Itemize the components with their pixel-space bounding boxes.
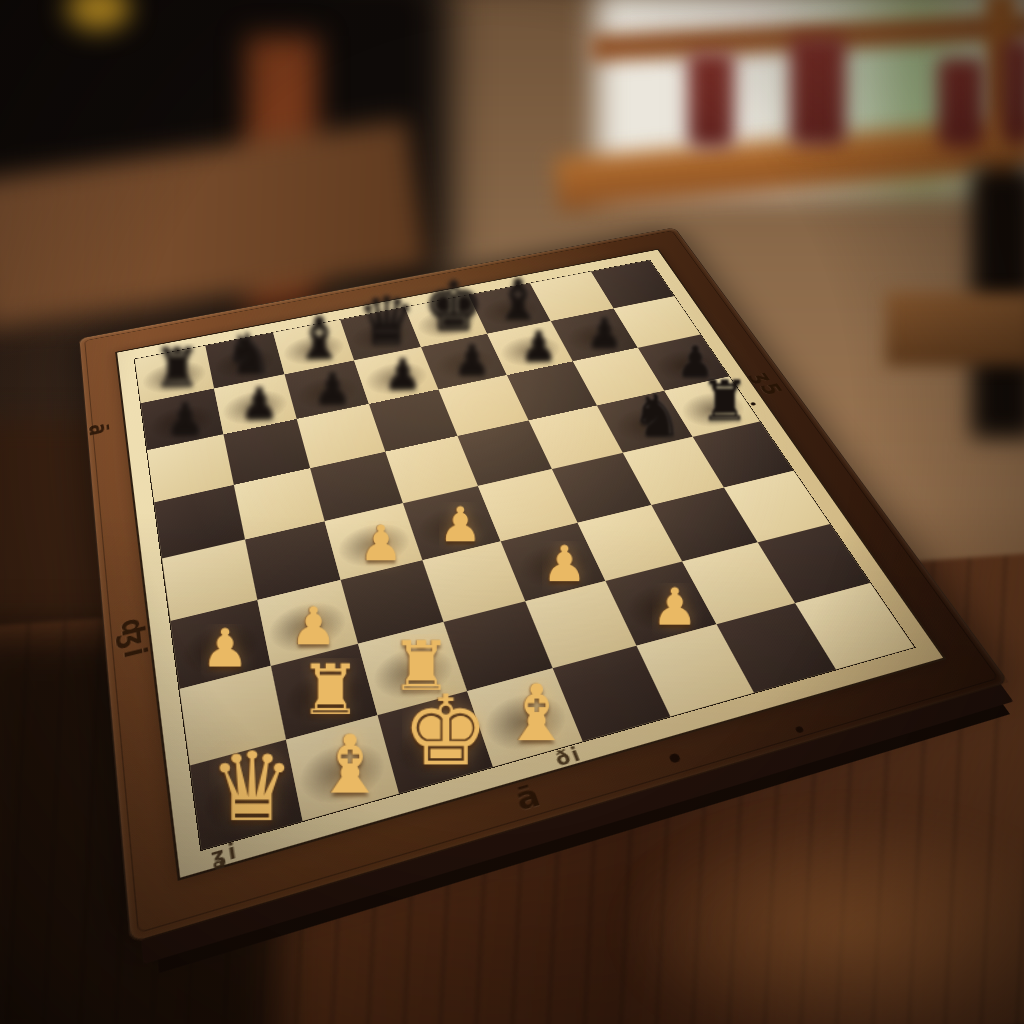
scene: ā ʤi ā ʒ5 ʓi ði ♜♞♝♛♚♝♟♟♟♟♟♟♟♟♞♜♟♟♟♟♟♜♜♟… <box>0 0 1024 1024</box>
piece-white-pawn[interactable]: ♟ <box>290 602 337 652</box>
frame-screw-dot <box>668 753 681 764</box>
piece-white-king[interactable]: ♚ <box>402 685 489 777</box>
piece-white-pawn[interactable]: ♟ <box>652 583 698 632</box>
coordinate-glyph: ʒ5 <box>746 370 788 398</box>
piece-white-bishop[interactable]: ♝ <box>502 677 572 751</box>
chess-board: ā ʤi ā ʒ5 ʓi ði ♜♞♝♛♚♝♟♟♟♟♟♟♟♟♞♜♟♟♟♟♟♜♜♟… <box>135 260 914 849</box>
piece-white-pawn[interactable]: ♟ <box>542 541 587 588</box>
frame-screw-dot <box>795 726 805 734</box>
piece-white-pawn[interactable]: ♟ <box>201 624 249 675</box>
piece-white-pawn[interactable]: ♟ <box>359 521 403 568</box>
piece-white-queen[interactable]: ♛ <box>209 741 295 832</box>
board-perspective: ā ʤi ā ʒ5 ʓi ði ♜♞♝♛♚♝♟♟♟♟♟♟♟♟♞♜♟♟♟♟♟♜♜♟… <box>0 0 1024 1024</box>
coordinate-glyph: ā <box>83 421 115 440</box>
piece-white-rook[interactable]: ♜ <box>300 658 362 724</box>
piece-white-pawn[interactable]: ♟ <box>439 502 482 548</box>
piece-white-bishop[interactable]: ♝ <box>314 727 387 804</box>
